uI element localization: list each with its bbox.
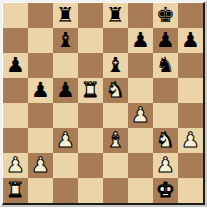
square-e7[interactable] xyxy=(103,28,128,53)
piece-white-king: ♚ xyxy=(153,178,178,203)
square-c8[interactable]: ♜ xyxy=(53,3,78,28)
square-b3[interactable] xyxy=(28,128,53,153)
square-b2[interactable]: ♟ xyxy=(28,153,53,178)
piece-black-pawn: ♟ xyxy=(153,28,178,53)
square-h1[interactable] xyxy=(178,178,203,203)
square-a8[interactable] xyxy=(3,3,28,28)
square-c6[interactable] xyxy=(53,53,78,78)
square-f5[interactable] xyxy=(128,78,153,103)
piece-black-pawn: ♟ xyxy=(178,28,203,53)
piece-black-pawn: ♟ xyxy=(3,53,28,78)
board-bevel: ♜♜♚♝♟♟♟♟♝♞♟♟♜♞♟♟♝♞♟♟♟♟♜♚ xyxy=(2,2,205,205)
square-a6[interactable]: ♟ xyxy=(3,53,28,78)
square-e4[interactable] xyxy=(103,103,128,128)
square-d5[interactable]: ♜ xyxy=(78,78,103,103)
square-h2[interactable] xyxy=(178,153,203,178)
square-c5[interactable]: ♟ xyxy=(53,78,78,103)
piece-black-pawn: ♟ xyxy=(53,78,78,103)
piece-black-knight: ♞ xyxy=(153,53,178,78)
piece-white-pawn: ♟ xyxy=(3,153,28,178)
square-e5[interactable]: ♞ xyxy=(103,78,128,103)
square-g2[interactable]: ♟ xyxy=(153,153,178,178)
square-g6[interactable]: ♞ xyxy=(153,53,178,78)
board-frame: ♜♜♚♝♟♟♟♟♝♞♟♟♜♞♟♟♝♞♟♟♟♟♜♚ xyxy=(0,0,207,207)
square-h7[interactable]: ♟ xyxy=(178,28,203,53)
square-c3[interactable]: ♟ xyxy=(53,128,78,153)
square-b1[interactable] xyxy=(28,178,53,203)
square-b5[interactable]: ♟ xyxy=(28,78,53,103)
square-f3[interactable] xyxy=(128,128,153,153)
piece-white-pawn: ♟ xyxy=(128,103,153,128)
piece-black-pawn: ♟ xyxy=(128,28,153,53)
piece-black-bishop: ♝ xyxy=(53,28,78,53)
square-a3[interactable] xyxy=(3,128,28,153)
square-f6[interactable] xyxy=(128,53,153,78)
square-a2[interactable]: ♟ xyxy=(3,153,28,178)
square-f4[interactable]: ♟ xyxy=(128,103,153,128)
square-a4[interactable] xyxy=(3,103,28,128)
square-h4[interactable] xyxy=(178,103,203,128)
square-e6[interactable]: ♝ xyxy=(103,53,128,78)
square-a1[interactable]: ♜ xyxy=(3,178,28,203)
piece-black-pawn: ♟ xyxy=(28,78,53,103)
square-c4[interactable] xyxy=(53,103,78,128)
square-g5[interactable] xyxy=(153,78,178,103)
square-d4[interactable] xyxy=(78,103,103,128)
square-h5[interactable] xyxy=(178,78,203,103)
square-g4[interactable] xyxy=(153,103,178,128)
square-b6[interactable] xyxy=(28,53,53,78)
square-e8[interactable]: ♜ xyxy=(103,3,128,28)
piece-white-rook: ♜ xyxy=(78,78,103,103)
square-g7[interactable]: ♟ xyxy=(153,28,178,53)
square-c2[interactable] xyxy=(53,153,78,178)
square-c7[interactable]: ♝ xyxy=(53,28,78,53)
piece-black-rook: ♜ xyxy=(103,3,128,28)
piece-white-pawn: ♟ xyxy=(28,153,53,178)
piece-black-bishop: ♝ xyxy=(103,53,128,78)
square-f1[interactable] xyxy=(128,178,153,203)
square-d3[interactable] xyxy=(78,128,103,153)
square-d6[interactable] xyxy=(78,53,103,78)
square-d8[interactable] xyxy=(78,3,103,28)
square-e2[interactable] xyxy=(103,153,128,178)
square-a5[interactable] xyxy=(3,78,28,103)
square-e1[interactable] xyxy=(103,178,128,203)
square-a7[interactable] xyxy=(3,28,28,53)
piece-white-pawn: ♟ xyxy=(53,128,78,153)
square-h6[interactable] xyxy=(178,53,203,78)
square-b8[interactable] xyxy=(28,3,53,28)
piece-white-pawn: ♟ xyxy=(153,153,178,178)
piece-white-knight: ♞ xyxy=(153,128,178,153)
piece-black-rook: ♜ xyxy=(53,3,78,28)
square-c1[interactable] xyxy=(53,178,78,203)
square-b7[interactable] xyxy=(28,28,53,53)
square-d1[interactable] xyxy=(78,178,103,203)
piece-white-bishop: ♝ xyxy=(103,128,128,153)
square-g8[interactable]: ♚ xyxy=(153,3,178,28)
square-f8[interactable] xyxy=(128,3,153,28)
square-g3[interactable]: ♞ xyxy=(153,128,178,153)
square-d7[interactable] xyxy=(78,28,103,53)
square-f2[interactable] xyxy=(128,153,153,178)
square-d2[interactable] xyxy=(78,153,103,178)
square-h3[interactable]: ♟ xyxy=(178,128,203,153)
square-e3[interactable]: ♝ xyxy=(103,128,128,153)
square-b4[interactable] xyxy=(28,103,53,128)
piece-white-knight: ♞ xyxy=(103,78,128,103)
square-g1[interactable]: ♚ xyxy=(153,178,178,203)
square-h8[interactable] xyxy=(178,3,203,28)
piece-white-pawn: ♟ xyxy=(178,128,203,153)
square-f7[interactable]: ♟ xyxy=(128,28,153,53)
piece-black-king: ♚ xyxy=(153,3,178,28)
piece-white-rook: ♜ xyxy=(3,178,28,203)
chess-board: ♜♜♚♝♟♟♟♟♝♞♟♟♜♞♟♟♝♞♟♟♟♟♜♚ xyxy=(3,3,203,203)
